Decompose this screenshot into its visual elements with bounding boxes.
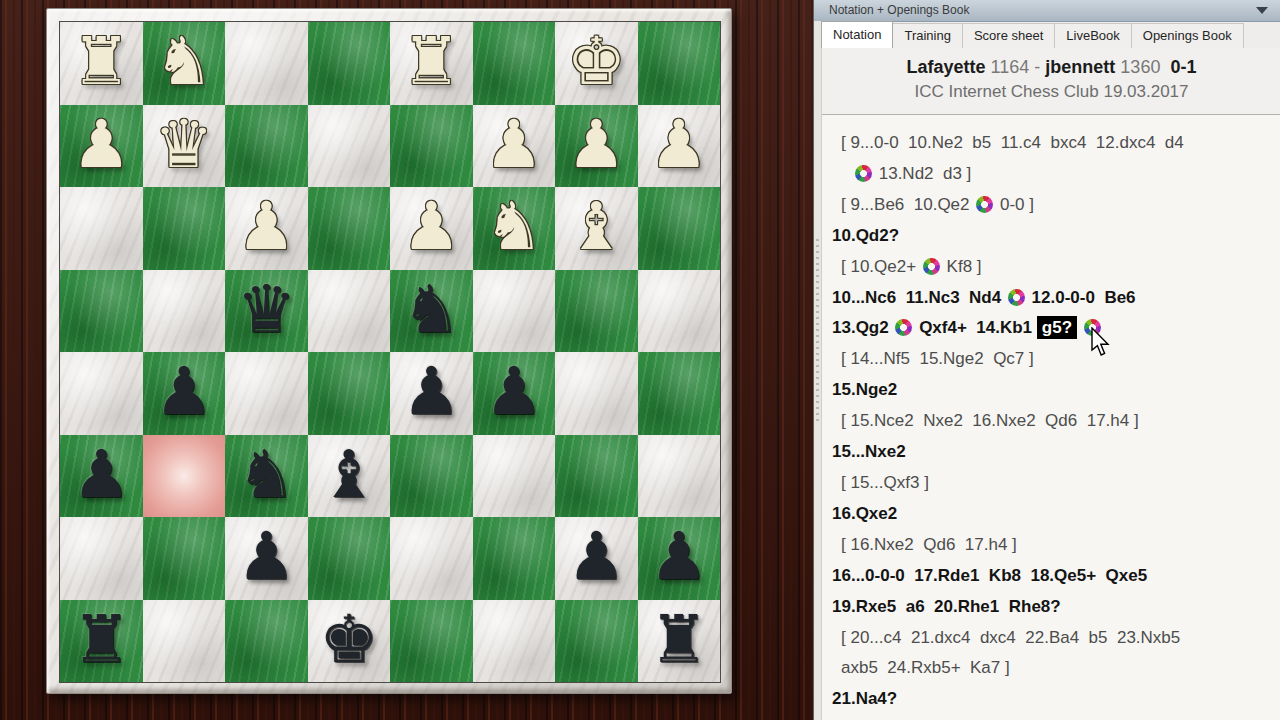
square[interactable]: [60, 352, 143, 435]
move-text[interactable]: [1077, 318, 1082, 337]
notation-line: 13.Qg2 Qxf4+ 14.Kb1 g5?: [822, 313, 1280, 344]
move-text[interactable]: 12.0-0-0 Be6: [1027, 288, 1136, 307]
selected-move[interactable]: g5?: [1037, 316, 1077, 339]
tab-openings-book[interactable]: Openings Book: [1131, 23, 1244, 48]
white-rook-piece[interactable]: ♜: [390, 22, 473, 105]
black-pawn-piece[interactable]: ♟: [638, 517, 721, 600]
black-pawn-piece[interactable]: ♟: [473, 352, 556, 435]
black-knight-piece[interactable]: ♞: [390, 270, 473, 353]
livebook-ring-icon[interactable]: [1008, 289, 1025, 306]
square[interactable]: [143, 517, 226, 600]
square[interactable]: [638, 270, 721, 353]
move-text[interactable]: [ 9...0-0 10.Ne2 b5 11.c4 bxc4 12.dxc4 d…: [841, 133, 1184, 152]
square[interactable]: ♞: [390, 270, 473, 353]
white-pawn-piece[interactable]: ♟: [390, 187, 473, 270]
black-rook-piece[interactable]: ♜: [60, 600, 143, 683]
livebook-ring-icon[interactable]: [855, 165, 872, 182]
square[interactable]: [225, 105, 308, 188]
square[interactable]: [638, 187, 721, 270]
mouse-cursor: [1091, 327, 1113, 359]
move-text[interactable]: [ 15.Nce2 Nxe2 16.Nxe2 Qd6 17.h4 ]: [841, 411, 1139, 430]
square[interactable]: [555, 270, 638, 353]
square[interactable]: ♟: [555, 517, 638, 600]
livebook-ring-icon[interactable]: [976, 196, 993, 213]
square[interactable]: ♟: [638, 105, 721, 188]
square[interactable]: [390, 517, 473, 600]
move-text[interactable]: 10...Nc6 11.Nc3 Nd4: [832, 288, 1006, 307]
black-player-name: jbennett: [1045, 57, 1115, 77]
move-text[interactable]: 19.Rxe5 a6 20.Rhe1 Rhe8?: [832, 597, 1061, 616]
square[interactable]: ♟: [473, 352, 556, 435]
tab-bar: NotationTrainingScore sheetLiveBookOpeni…: [821, 22, 1280, 48]
notation-line: 10...Nc6 11.Nc3 Nd4 12.0-0-0 Be6: [822, 283, 1280, 314]
move-text[interactable]: 13.Qg2: [832, 318, 893, 337]
notation-line: 10.Qd2?: [822, 221, 1280, 252]
game-players-line: Lafayette 1164 - jbennett 1360 0-1: [822, 57, 1280, 78]
white-pawn-piece[interactable]: ♟: [225, 187, 308, 270]
white-king-piece[interactable]: ♚: [555, 22, 638, 105]
black-pawn-piece[interactable]: ♟: [555, 517, 638, 600]
move-text[interactable]: 13.Nd2 d3 ]: [874, 164, 971, 183]
white-pawn-piece[interactable]: ♟: [473, 105, 556, 188]
notation-line: [ 16.Nxe2 Qd6 17.h4 ]: [822, 530, 1280, 561]
board-grid[interactable]: ♜♞♜♚♟♛♟♟♟♟♟♞♝♛♞♟♟♟♟♞♝♟♟♟♜♚♜: [59, 21, 721, 683]
square[interactable]: [143, 600, 226, 683]
square[interactable]: [638, 352, 721, 435]
move-text[interactable]: 16...0-0-0 17.Rde1 Kb8 18.Qe5+ Qxe5: [832, 566, 1147, 585]
move-text[interactable]: 15...Nxe2: [832, 442, 906, 461]
black-player-rating: 1360: [1120, 57, 1160, 77]
square[interactable]: [638, 22, 721, 105]
square[interactable]: ♚: [308, 600, 391, 683]
square[interactable]: [143, 187, 226, 270]
move-text[interactable]: [ 20...c4 21.dxc4 dxc4 22.Ba4 b5 23.Nxb5: [841, 628, 1180, 647]
notation-line: 21.Na4?: [822, 684, 1280, 715]
tab-notation[interactable]: Notation: [821, 21, 893, 48]
square[interactable]: [308, 187, 391, 270]
square[interactable]: ♟: [555, 105, 638, 188]
square[interactable]: ♟: [60, 105, 143, 188]
white-player-rating: 1164: [991, 57, 1030, 77]
square[interactable]: ♜: [60, 600, 143, 683]
tab-livebook[interactable]: LiveBook: [1054, 23, 1131, 48]
notation-line: 15.Nge2: [822, 375, 1280, 406]
square[interactable]: [390, 600, 473, 683]
square[interactable]: ♛: [143, 105, 226, 188]
square[interactable]: [308, 517, 391, 600]
square[interactable]: [308, 22, 391, 105]
move-text[interactable]: 0-0 ]: [995, 195, 1034, 214]
square[interactable]: [60, 517, 143, 600]
square[interactable]: [308, 352, 391, 435]
notation-line: axb5 24.Rxb5+ Ka7 ]: [822, 653, 1280, 684]
move-text[interactable]: 10.Qd2?: [832, 226, 899, 245]
square[interactable]: ♟: [225, 517, 308, 600]
square[interactable]: [143, 270, 226, 353]
notation-line: [ 10.Qe2+ Kf8 ]: [822, 252, 1280, 283]
square[interactable]: [555, 435, 638, 518]
black-pawn-piece[interactable]: ♟: [60, 435, 143, 518]
game-result: 0-1: [1170, 57, 1196, 77]
panel-left-gutter[interactable]: [814, 21, 822, 720]
square[interactable]: [473, 600, 556, 683]
square[interactable]: ♟: [60, 435, 143, 518]
white-pawn-piece[interactable]: ♟: [60, 105, 143, 188]
square[interactable]: [473, 270, 556, 353]
move-text[interactable]: [ 16.Nxe2 Qd6 17.h4 ]: [841, 535, 1017, 554]
square[interactable]: ♜: [638, 600, 721, 683]
square[interactable]: ♟: [473, 105, 556, 188]
square[interactable]: ♞: [473, 187, 556, 270]
move-text[interactable]: [ 10.Qe2+: [841, 257, 921, 276]
square[interactable]: [390, 105, 473, 188]
white-rook-piece[interactable]: ♜: [60, 22, 143, 105]
square[interactable]: [143, 435, 226, 518]
game-event-line: ICC Internet Chess Club 19.03.2017: [822, 82, 1280, 102]
black-pawn-piece[interactable]: ♟: [225, 517, 308, 600]
square[interactable]: [225, 600, 308, 683]
notation-line: [ 9...Be6 10.Qe2 0-0 ]: [822, 190, 1280, 221]
square[interactable]: [473, 517, 556, 600]
white-player-name: Lafayette: [907, 57, 986, 77]
move-text[interactable]: [ 15...Qxf3 ]: [841, 473, 929, 492]
chevron-down-icon[interactable]: [1256, 7, 1268, 14]
square[interactable]: [308, 105, 391, 188]
square[interactable]: [638, 435, 721, 518]
square[interactable]: ♟: [225, 187, 308, 270]
square[interactable]: ♜: [60, 22, 143, 105]
square[interactable]: [555, 600, 638, 683]
black-bishop-piece[interactable]: ♝: [308, 435, 391, 518]
move-text[interactable]: 15.Nge2: [832, 380, 897, 399]
square[interactable]: ♛: [225, 270, 308, 353]
square[interactable]: [225, 22, 308, 105]
notation-line: [ 15...Qxf3 ]: [822, 468, 1280, 499]
square[interactable]: ♟: [390, 187, 473, 270]
square[interactable]: [308, 270, 391, 353]
move-text[interactable]: Kf8 ]: [942, 257, 982, 276]
notation-line: 19.Rxe5 a6 20.Rhe1 Rhe8?: [822, 592, 1280, 623]
white-pawn-piece[interactable]: ♟: [638, 105, 721, 188]
notation-line: [ 20...c4 21.dxc4 dxc4 22.Ba4 b5 23.Nxb5: [822, 623, 1280, 654]
square[interactable]: ♟: [390, 352, 473, 435]
move-text[interactable]: 16.Qxe2: [832, 504, 897, 523]
square[interactable]: ♜: [390, 22, 473, 105]
tab-score-sheet[interactable]: Score sheet: [962, 23, 1055, 48]
square[interactable]: [60, 270, 143, 353]
white-knight-piece[interactable]: ♞: [143, 22, 226, 105]
livebook-ring-icon[interactable]: [895, 319, 912, 336]
notation-line: [ 9...0-0 10.Ne2 b5 11.c4 bxc4 12.dxc4 d…: [822, 128, 1280, 159]
livebook-ring-icon[interactable]: [923, 258, 940, 275]
black-pawn-piece[interactable]: ♟: [390, 352, 473, 435]
square[interactable]: ♝: [555, 187, 638, 270]
white-queen-piece[interactable]: ♛: [143, 105, 226, 188]
chess-board-frame: ♜♞♜♚♟♛♟♟♟♟♟♞♝♛♞♟♟♟♟♞♝♟♟♟♜♚♜: [46, 8, 732, 694]
move-text[interactable]: 21.Na4?: [832, 689, 897, 708]
square[interactable]: ♟: [638, 517, 721, 600]
square[interactable]: [555, 352, 638, 435]
game-header: Lafayette 1164 - jbennett 1360 0-1 ICC I…: [822, 48, 1280, 115]
black-rook-piece[interactable]: ♜: [638, 600, 721, 683]
notation-lines[interactable]: [ 9...0-0 10.Ne2 b5 11.c4 bxc4 12.dxc4 d…: [822, 115, 1280, 720]
square[interactable]: ♝: [308, 435, 391, 518]
square[interactable]: [60, 187, 143, 270]
square[interactable]: ♟: [143, 352, 226, 435]
square[interactable]: [390, 435, 473, 518]
notation-line: [ 15.Nce2 Nxe2 16.Nxe2 Qd6 17.h4 ]: [822, 406, 1280, 437]
tab-training[interactable]: Training: [892, 23, 962, 48]
notation-line: 13.Nd2 d3 ]: [822, 159, 1280, 190]
players-separator: -: [1034, 57, 1040, 77]
square[interactable]: ♞: [143, 22, 226, 105]
black-knight-piece[interactable]: ♞: [225, 435, 308, 518]
move-text[interactable]: [ 9...Be6 10.Qe2: [841, 195, 974, 214]
black-queen-piece[interactable]: ♛: [225, 270, 308, 353]
white-knight-piece[interactable]: ♞: [473, 187, 556, 270]
white-pawn-piece[interactable]: ♟: [555, 105, 638, 188]
notation-line: [ 14...Nf5 15.Nge2 Qc7 ]: [822, 344, 1280, 375]
square[interactable]: [473, 22, 556, 105]
square[interactable]: ♚: [555, 22, 638, 105]
move-text[interactable]: axb5 24.Rxb5+ Ka7 ]: [841, 658, 1010, 677]
notation-line: 16...0-0-0 17.Rde1 Kb8 18.Qe5+ Qxe5: [822, 561, 1280, 592]
notation-line: 16.Qxe2: [822, 499, 1280, 530]
notation-line: 15...Nxe2: [822, 437, 1280, 468]
move-text[interactable]: [ 14...Nf5 15.Nge2 Qc7 ]: [841, 349, 1034, 368]
black-pawn-piece[interactable]: ♟: [143, 352, 226, 435]
panel-title: Notation + Openings Book: [829, 3, 969, 17]
white-bishop-piece[interactable]: ♝: [555, 187, 638, 270]
square[interactable]: [473, 435, 556, 518]
notation-panel: Notation + Openings Book NotationTrainin…: [813, 0, 1280, 720]
square[interactable]: [225, 352, 308, 435]
panel-title-bar[interactable]: Notation + Openings Book: [814, 0, 1280, 22]
square[interactable]: ♞: [225, 435, 308, 518]
move-text[interactable]: Qxf4+ 14.Kb1: [914, 318, 1036, 337]
black-king-piece[interactable]: ♚: [308, 600, 391, 683]
